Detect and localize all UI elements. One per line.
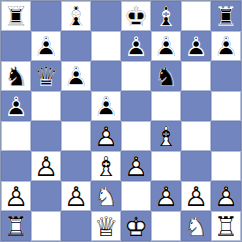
- black-bishop-detail-glyph: ♗: [61, 1, 91, 31]
- black-bishop-fill-glyph: ♝: [151, 1, 181, 31]
- white-knight[interactable]: ♞♘: [181, 211, 211, 241]
- square-a6[interactable]: ♞♘: [1, 61, 31, 91]
- black-pawn[interactable]: ♟♙: [211, 31, 241, 61]
- black-pawn[interactable]: ♟♙: [121, 31, 151, 61]
- black-queen[interactable]: ♛♕: [31, 61, 61, 91]
- square-h2[interactable]: ♟♙: [211, 181, 241, 211]
- black-pawn-fill-glyph: ♟: [61, 61, 91, 91]
- square-a8[interactable]: ♜♖: [1, 1, 31, 31]
- chess-board-grid: ♜♖♝♗♚♔♝♗♜♖♟♙♟♙♟♙♟♙♟♙♞♘♛♕♟♙♞♘♟♙♟♙♟♙♝♗♟♙♝♗…: [1, 1, 241, 241]
- square-c7[interactable]: [61, 31, 91, 61]
- white-pawn-detail-glyph: ♙: [211, 181, 241, 211]
- white-pawn-fill-glyph: ♟: [61, 181, 91, 211]
- black-knight-detail-glyph: ♘: [1, 61, 31, 91]
- square-b8[interactable]: [31, 1, 61, 31]
- white-pawn-detail-glyph: ♙: [181, 181, 211, 211]
- square-h6[interactable]: [211, 61, 241, 91]
- white-king[interactable]: ♚♔: [121, 211, 151, 241]
- white-bishop-detail-glyph: ♗: [151, 121, 181, 151]
- square-a5[interactable]: ♟♙: [1, 91, 31, 121]
- square-h8[interactable]: ♜♖: [211, 1, 241, 31]
- square-c6[interactable]: ♟♙: [61, 61, 91, 91]
- square-g8[interactable]: [181, 1, 211, 31]
- white-pawn-detail-glyph: ♙: [91, 121, 121, 151]
- black-pawn-fill-glyph: ♟: [151, 31, 181, 61]
- square-c3[interactable]: [61, 151, 91, 181]
- white-rook-detail-glyph: ♖: [211, 211, 241, 241]
- white-bishop[interactable]: ♝♗: [91, 151, 121, 181]
- white-pawn-detail-glyph: ♙: [121, 151, 151, 181]
- white-knight[interactable]: ♞♘: [91, 181, 121, 211]
- white-bishop-fill-glyph: ♝: [91, 151, 121, 181]
- white-rook-fill-glyph: ♜: [1, 211, 31, 241]
- square-d2[interactable]: ♞♘: [91, 181, 121, 211]
- white-pawn-detail-glyph: ♙: [1, 181, 31, 211]
- black-king[interactable]: ♚♔: [121, 1, 151, 31]
- square-d5[interactable]: ♟♙: [91, 91, 121, 121]
- white-queen-detail-glyph: ♕: [91, 211, 121, 241]
- square-f7[interactable]: ♟♙: [151, 31, 181, 61]
- white-pawn-fill-glyph: ♟: [211, 181, 241, 211]
- black-pawn-detail-glyph: ♙: [61, 61, 91, 91]
- square-e5[interactable]: [121, 91, 151, 121]
- black-rook[interactable]: ♜♖: [1, 1, 31, 31]
- square-c8[interactable]: ♝♗: [61, 1, 91, 31]
- square-e7[interactable]: ♟♙: [121, 31, 151, 61]
- square-e2[interactable]: [121, 181, 151, 211]
- square-g1[interactable]: ♞♘: [181, 211, 211, 241]
- square-d4[interactable]: ♟♙: [91, 121, 121, 151]
- square-h7[interactable]: ♟♙: [211, 31, 241, 61]
- square-d8[interactable]: [91, 1, 121, 31]
- square-c4[interactable]: [61, 121, 91, 151]
- square-g3[interactable]: [181, 151, 211, 181]
- white-pawn[interactable]: ♟♙: [151, 181, 181, 211]
- black-rook-detail-glyph: ♖: [1, 1, 31, 31]
- white-rook[interactable]: ♜♖: [1, 211, 31, 241]
- square-f2[interactable]: ♟♙: [151, 181, 181, 211]
- square-e4[interactable]: [121, 121, 151, 151]
- black-pawn-detail-glyph: ♙: [151, 31, 181, 61]
- black-knight[interactable]: ♞♘: [1, 61, 31, 91]
- square-b2[interactable]: [31, 181, 61, 211]
- white-king-fill-glyph: ♚: [121, 211, 151, 241]
- white-pawn[interactable]: ♟♙: [91, 121, 121, 151]
- white-bishop-detail-glyph: ♗: [91, 151, 121, 181]
- white-queen[interactable]: ♛♕: [91, 211, 121, 241]
- black-pawn-detail-glyph: ♙: [91, 91, 121, 121]
- white-pawn-fill-glyph: ♟: [91, 121, 121, 151]
- white-rook[interactable]: ♜♖: [211, 211, 241, 241]
- black-pawn-fill-glyph: ♟: [211, 31, 241, 61]
- black-rook-detail-glyph: ♖: [211, 1, 241, 31]
- square-e3[interactable]: ♟♙: [121, 151, 151, 181]
- white-knight-detail-glyph: ♘: [181, 211, 211, 241]
- black-pawn[interactable]: ♟♙: [1, 91, 31, 121]
- white-pawn-fill-glyph: ♟: [1, 181, 31, 211]
- square-g6[interactable]: [181, 61, 211, 91]
- black-pawn[interactable]: ♟♙: [181, 31, 211, 61]
- black-rook-fill-glyph: ♜: [211, 1, 241, 31]
- white-bishop[interactable]: ♝♗: [151, 121, 181, 151]
- black-knight-detail-glyph: ♘: [151, 61, 181, 91]
- square-c1[interactable]: [61, 211, 91, 241]
- black-pawn[interactable]: ♟♙: [91, 91, 121, 121]
- black-pawn-fill-glyph: ♟: [181, 31, 211, 61]
- square-h5[interactable]: [211, 91, 241, 121]
- black-king-detail-glyph: ♔: [121, 1, 151, 31]
- square-g2[interactable]: ♟♙: [181, 181, 211, 211]
- square-h4[interactable]: [211, 121, 241, 151]
- black-knight-fill-glyph: ♞: [151, 61, 181, 91]
- white-rook-detail-glyph: ♖: [1, 211, 31, 241]
- black-pawn-detail-glyph: ♙: [31, 31, 61, 61]
- square-a3[interactable]: [1, 151, 31, 181]
- square-b3[interactable]: ♟♙: [31, 151, 61, 181]
- black-knight-fill-glyph: ♞: [1, 61, 31, 91]
- white-pawn-fill-glyph: ♟: [181, 181, 211, 211]
- black-pawn-fill-glyph: ♟: [31, 31, 61, 61]
- square-f5[interactable]: [151, 91, 181, 121]
- black-pawn-detail-glyph: ♙: [1, 91, 31, 121]
- square-b6[interactable]: ♛♕: [31, 61, 61, 91]
- white-knight-detail-glyph: ♘: [91, 181, 121, 211]
- square-d3[interactable]: ♝♗: [91, 151, 121, 181]
- square-a4[interactable]: [1, 121, 31, 151]
- square-a1[interactable]: ♜♖: [1, 211, 31, 241]
- white-pawn-fill-glyph: ♟: [121, 151, 151, 181]
- black-rook[interactable]: ♜♖: [211, 1, 241, 31]
- black-bishop[interactable]: ♝♗: [61, 1, 91, 31]
- white-rook-fill-glyph: ♜: [211, 211, 241, 241]
- white-pawn-detail-glyph: ♙: [31, 151, 61, 181]
- square-d7[interactable]: [91, 31, 121, 61]
- black-pawn[interactable]: ♟♙: [61, 61, 91, 91]
- black-rook-fill-glyph: ♜: [1, 1, 31, 31]
- square-e8[interactable]: ♚♔: [121, 1, 151, 31]
- square-c2[interactable]: ♟♙: [61, 181, 91, 211]
- white-pawn-fill-glyph: ♟: [151, 181, 181, 211]
- black-bishop-detail-glyph: ♗: [151, 1, 181, 31]
- white-pawn-detail-glyph: ♙: [151, 181, 181, 211]
- black-queen-fill-glyph: ♛: [31, 61, 61, 91]
- white-knight-fill-glyph: ♞: [181, 211, 211, 241]
- square-c5[interactable]: [61, 91, 91, 121]
- square-b4[interactable]: [31, 121, 61, 151]
- square-d6[interactable]: [91, 61, 121, 91]
- black-queen-detail-glyph: ♕: [31, 61, 61, 91]
- black-pawn-fill-glyph: ♟: [91, 91, 121, 121]
- black-bishop[interactable]: ♝♗: [151, 1, 181, 31]
- white-pawn[interactable]: ♟♙: [121, 151, 151, 181]
- black-pawn[interactable]: ♟♙: [31, 31, 61, 61]
- square-f4[interactable]: ♝♗: [151, 121, 181, 151]
- white-pawn-detail-glyph: ♙: [61, 181, 91, 211]
- square-h1[interactable]: ♜♖: [211, 211, 241, 241]
- white-king-detail-glyph: ♔: [121, 211, 151, 241]
- square-f6[interactable]: ♞♘: [151, 61, 181, 91]
- square-g7[interactable]: ♟♙: [181, 31, 211, 61]
- square-h3[interactable]: [211, 151, 241, 181]
- square-f8[interactable]: ♝♗: [151, 1, 181, 31]
- white-knight-fill-glyph: ♞: [91, 181, 121, 211]
- chess-board: ♜♖♝♗♚♔♝♗♜♖♟♙♟♙♟♙♟♙♟♙♞♘♛♕♟♙♞♘♟♙♟♙♟♙♝♗♟♙♝♗…: [0, 0, 242, 242]
- black-pawn-detail-glyph: ♙: [121, 31, 151, 61]
- square-a2[interactable]: ♟♙: [1, 181, 31, 211]
- white-pawn-fill-glyph: ♟: [31, 151, 61, 181]
- square-b5[interactable]: [31, 91, 61, 121]
- square-b7[interactable]: ♟♙: [31, 31, 61, 61]
- black-king-fill-glyph: ♚: [121, 1, 151, 31]
- white-pawn[interactable]: ♟♙: [1, 181, 31, 211]
- black-pawn-detail-glyph: ♙: [181, 31, 211, 61]
- square-g5[interactable]: [181, 91, 211, 121]
- black-pawn-detail-glyph: ♙: [211, 31, 241, 61]
- white-pawn[interactable]: ♟♙: [211, 181, 241, 211]
- black-pawn-fill-glyph: ♟: [1, 91, 31, 121]
- square-g4[interactable]: [181, 121, 211, 151]
- white-bishop-fill-glyph: ♝: [151, 121, 181, 151]
- square-d1[interactable]: ♛♕: [91, 211, 121, 241]
- square-f1[interactable]: [151, 211, 181, 241]
- square-a7[interactable]: [1, 31, 31, 61]
- black-bishop-fill-glyph: ♝: [61, 1, 91, 31]
- white-pawn[interactable]: ♟♙: [31, 151, 61, 181]
- black-pawn[interactable]: ♟♙: [151, 31, 181, 61]
- black-knight[interactable]: ♞♘: [151, 61, 181, 91]
- white-queen-fill-glyph: ♛: [91, 211, 121, 241]
- square-e6[interactable]: [121, 61, 151, 91]
- black-pawn-fill-glyph: ♟: [121, 31, 151, 61]
- white-pawn[interactable]: ♟♙: [61, 181, 91, 211]
- square-e1[interactable]: ♚♔: [121, 211, 151, 241]
- square-f3[interactable]: [151, 151, 181, 181]
- square-b1[interactable]: [31, 211, 61, 241]
- white-pawn[interactable]: ♟♙: [181, 181, 211, 211]
